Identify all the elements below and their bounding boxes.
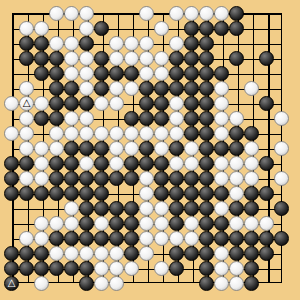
black-stone [154,111,169,126]
white-stone [94,216,109,231]
white-stone [229,276,244,291]
black-stone [229,6,244,21]
white-stone [49,246,64,261]
black-stone [184,36,199,51]
black-stone [109,231,124,246]
white-stone [184,216,199,231]
black-stone [34,186,49,201]
black-stone [4,156,19,171]
white-stone [109,261,124,276]
white-stone [169,111,184,126]
white-stone [49,126,64,141]
black-stone [79,96,94,111]
white-stone [169,6,184,21]
white-stone [109,156,124,171]
black-stone [49,261,64,276]
black-stone [169,81,184,96]
black-stone [259,51,274,66]
black-stone [199,81,214,96]
white-stone [229,186,244,201]
white-stone [19,21,34,36]
white-stone [244,81,259,96]
white-stone [109,51,124,66]
black-stone [64,141,79,156]
black-stone [244,246,259,261]
white-stone [109,81,124,96]
white-stone [139,231,154,246]
white-stone [64,246,79,261]
white-stone [79,81,94,96]
white-stone [64,6,79,21]
black-stone [274,201,289,216]
black-stone [154,81,169,96]
black-stone [244,201,259,216]
white-stone [169,231,184,246]
black-stone [79,231,94,246]
white-stone [184,231,199,246]
white-stone [169,96,184,111]
black-stone [49,171,64,186]
black-stone [49,231,64,246]
white-stone [214,126,229,141]
black-stone [229,246,244,261]
black-stone [79,261,94,276]
black-stone [199,66,214,81]
black-stone [199,156,214,171]
white-stone [34,141,49,156]
black-stone [199,186,214,201]
white-stone [154,66,169,81]
white-stone [34,276,49,291]
black-stone [124,171,139,186]
black-stone [199,141,214,156]
black-stone [109,171,124,186]
black-stone [199,246,214,261]
black-stone [259,246,274,261]
white-stone [94,246,109,261]
black-stone [244,126,259,141]
black-stone [4,261,19,276]
white-stone [124,261,139,276]
go-board[interactable]: △△ [0,0,300,300]
black-stone [64,156,79,171]
black-stone [94,201,109,216]
black-stone [64,231,79,246]
black-stone [19,36,34,51]
white-stone [139,6,154,21]
black-stone [214,186,229,201]
black-stone [19,156,34,171]
white-stone [19,111,34,126]
black-stone [259,231,274,246]
black-stone [244,261,259,276]
black-stone [169,201,184,216]
black-stone [139,96,154,111]
white-stone [154,231,169,246]
white-stone [154,141,169,156]
white-stone [19,141,34,156]
white-stone [94,96,109,111]
black-stone [94,171,109,186]
white-stone [64,126,79,141]
white-stone [19,126,34,141]
white-stone [64,216,79,231]
white-stone [124,81,139,96]
white-stone [94,126,109,141]
black-stone [79,171,94,186]
black-stone [4,171,19,186]
white-stone [109,126,124,141]
black-stone [124,156,139,171]
black-stone [229,201,244,216]
white-stone [154,126,169,141]
white-stone [79,51,94,66]
black-stone [94,186,109,201]
black-stone [229,231,244,246]
white-stone [169,156,184,171]
white-stone [244,156,259,171]
white-stone [139,201,154,216]
black-stone [169,186,184,201]
black-stone [34,111,49,126]
black-stone [229,126,244,141]
black-stone [79,276,94,291]
black-stone [244,276,259,291]
white-stone [94,276,109,291]
black-stone [184,126,199,141]
black-stone [124,231,139,246]
black-stone [199,276,214,291]
white-stone [79,21,94,36]
white-stone [64,51,79,66]
white-stone [214,276,229,291]
white-stone [139,186,154,201]
white-stone [19,231,34,246]
black-stone [124,246,139,261]
black-stone [214,141,229,156]
white-stone [139,171,154,186]
white-stone [34,171,49,186]
black-stone [34,261,49,276]
white-stone [49,141,64,156]
black-stone [259,96,274,111]
white-stone [214,6,229,21]
black-stone [274,231,289,246]
black-stone [184,186,199,201]
white-stone [154,201,169,216]
white-stone [244,216,259,231]
white-stone [154,261,169,276]
white-stone [19,81,34,96]
white-stone [139,126,154,141]
black-stone [169,171,184,186]
white-stone [169,126,184,141]
black-stone [169,246,184,261]
black-stone [199,216,214,231]
white-stone [139,246,154,261]
white-stone [259,216,274,231]
black-stone [139,111,154,126]
white-stone [244,171,259,186]
black-stone [94,21,109,36]
black-stone: △ [4,276,19,291]
white-stone [34,156,49,171]
white-stone [79,66,94,81]
black-stone [169,141,184,156]
black-stone [34,66,49,81]
black-stone [109,201,124,216]
white-stone [4,126,19,141]
black-stone [139,156,154,171]
white-stone [64,111,79,126]
black-stone [199,261,214,276]
white-stone [109,276,124,291]
white-stone [49,36,64,51]
white-stone [214,261,229,276]
white-stone [214,171,229,186]
black-stone [259,156,274,171]
black-stone [199,126,214,141]
white-stone [274,141,289,156]
white-stone [229,216,244,231]
black-stone [154,156,169,171]
black-stone [184,96,199,111]
white-stone [64,201,79,216]
black-stone [34,36,49,51]
black-stone [79,216,94,231]
black-stone [109,66,124,81]
black-stone [229,141,244,156]
black-stone [214,216,229,231]
black-stone [184,66,199,81]
white-stone [34,216,49,231]
black-stone [184,21,199,36]
black-stone [124,216,139,231]
white-stone [214,111,229,126]
black-stone [229,21,244,36]
black-stone [64,186,79,201]
black-stone [169,51,184,66]
black-stone [199,201,214,216]
white-stone [214,201,229,216]
black-stone [184,111,199,126]
black-stone [64,81,79,96]
black-stone [79,186,94,201]
white-stone [274,111,289,126]
black-stone [244,231,259,246]
black-stone [199,171,214,186]
white-stone [64,36,79,51]
black-stone [124,201,139,216]
black-stone [214,66,229,81]
black-stone [154,171,169,186]
black-stone [49,81,64,96]
black-stone [199,36,214,51]
white-stone [139,36,154,51]
black-stone [64,261,79,276]
white-stone [154,21,169,36]
black-stone [64,96,79,111]
white-stone [79,6,94,21]
white-stone [229,111,244,126]
black-stone [19,246,34,261]
white-stone [214,246,229,261]
black-stone [214,231,229,246]
black-stone [244,186,259,201]
black-stone [49,96,64,111]
white-stone [139,66,154,81]
black-stone [154,96,169,111]
white-stone [109,96,124,111]
white-stone [274,171,289,186]
triangle-mark: △ [23,98,31,108]
black-stone [199,51,214,66]
black-stone [94,51,109,66]
black-stone [139,81,154,96]
white-stone [49,6,64,21]
black-stone [4,186,19,201]
white-stone [109,141,124,156]
black-stone [79,201,94,216]
black-stone [109,216,124,231]
white-stone [94,261,109,276]
black-stone [49,51,64,66]
white-stone [154,51,169,66]
white-stone [79,156,94,171]
white-stone: △ [19,96,34,111]
white-stone [34,21,49,36]
black-stone [139,141,154,156]
white-stone [79,126,94,141]
black-stone [169,66,184,81]
white-stone [199,6,214,21]
white-stone [214,81,229,96]
white-stone [79,246,94,261]
black-stone [34,246,49,261]
black-stone [49,111,64,126]
black-stone [229,51,244,66]
black-stone [49,186,64,201]
black-stone [214,21,229,36]
white-stone [124,51,139,66]
white-stone [124,36,139,51]
white-stone [184,6,199,21]
black-stone [184,171,199,186]
black-stone [154,186,169,201]
white-stone [34,96,49,111]
white-stone [109,246,124,261]
white-stone [109,36,124,51]
white-stone [79,111,94,126]
black-stone [19,186,34,201]
black-stone [199,21,214,36]
black-stone [199,231,214,246]
black-stone [94,141,109,156]
triangle-mark: △ [8,278,16,288]
white-stone [229,156,244,171]
white-stone [169,36,184,51]
white-stone [214,156,229,171]
white-stone [184,156,199,171]
white-stone [214,96,229,111]
black-stone [49,66,64,81]
black-stone [94,66,109,81]
black-stone [184,51,199,66]
black-stone [124,66,139,81]
black-stone [34,51,49,66]
white-stone [244,141,259,156]
white-stone [184,141,199,156]
black-stone [199,111,214,126]
black-stone [169,261,184,276]
white-stone [154,216,169,231]
black-stone [19,51,34,66]
white-stone [229,261,244,276]
black-stone [19,261,34,276]
black-stone [49,156,64,171]
white-stone [19,171,34,186]
black-stone [79,36,94,51]
black-stone [4,246,19,261]
white-stone [124,126,139,141]
black-stone [64,171,79,186]
white-stone [124,141,139,156]
white-stone [49,216,64,231]
black-stone [199,96,214,111]
white-stone [139,216,154,231]
black-stone [184,81,199,96]
black-stone [94,156,109,171]
black-stone [124,111,139,126]
black-stone [94,231,109,246]
white-stone [34,231,49,246]
white-stone [64,66,79,81]
black-stone [259,186,274,201]
black-stone [94,81,109,96]
white-stone [4,96,19,111]
white-stone [139,51,154,66]
black-stone [184,201,199,216]
white-stone [229,171,244,186]
black-stone [184,246,199,261]
black-stone [79,141,94,156]
black-stone [169,216,184,231]
